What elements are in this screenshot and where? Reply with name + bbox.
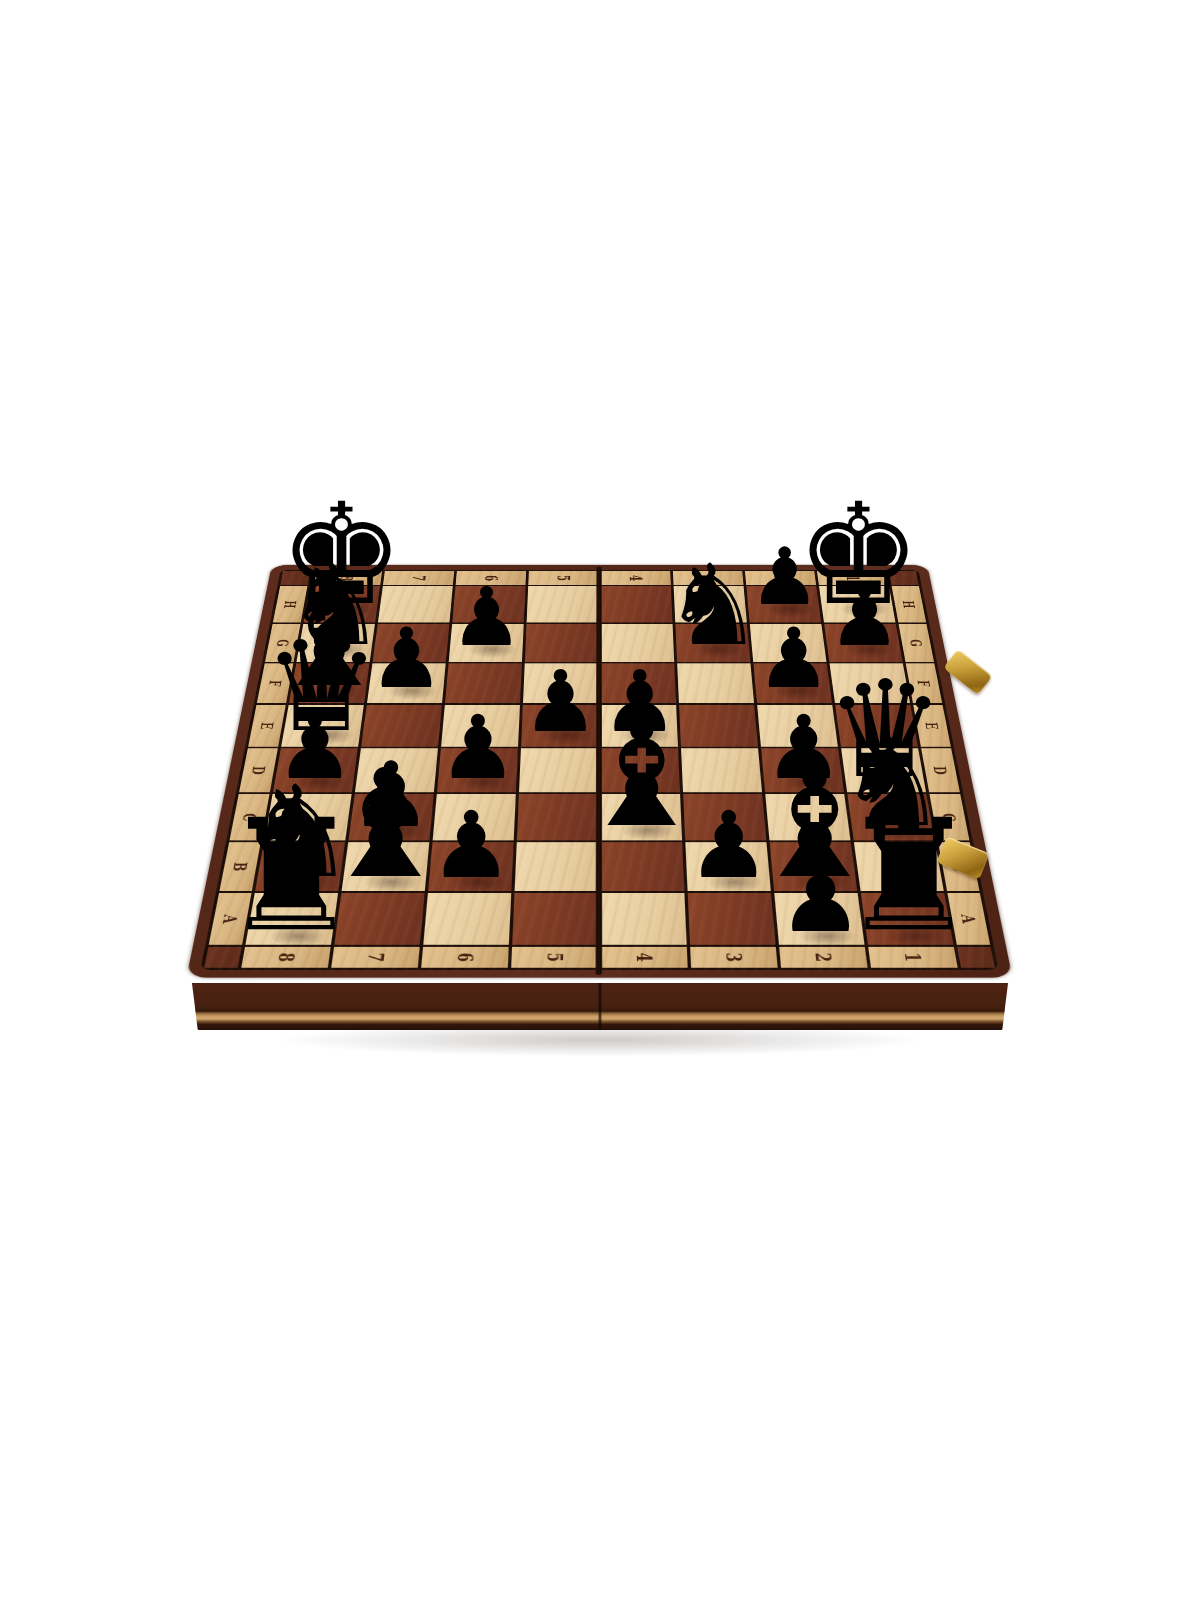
coordinate-label: 6	[453, 953, 478, 962]
coordinate-label: 3	[721, 953, 746, 962]
bottom-label-3: 3	[690, 947, 778, 968]
board-shadow	[170, 1018, 1030, 1062]
coordinate-label: 7	[363, 953, 389, 962]
white-rook-a1[interactable]: ♜	[840, 800, 978, 954]
coordinate-label: G	[906, 639, 926, 646]
black-pawn-g6[interactable]: ♟	[450, 577, 523, 658]
coordinate-label: 5	[542, 953, 567, 962]
square-h4[interactable]	[601, 586, 673, 622]
coordinate-label: 5	[553, 575, 573, 581]
square-a4[interactable]	[601, 893, 687, 945]
white-pawn-g1[interactable]: ♟	[828, 577, 901, 658]
bottom-label-6: 6	[421, 947, 509, 968]
square-a5[interactable]	[512, 893, 598, 945]
bottom-label-5: 5	[511, 947, 598, 968]
white-knight-g3[interactable]: ♞	[663, 550, 763, 662]
coordinate-label: 2	[810, 953, 836, 962]
white-pawn-f2[interactable]: ♟	[756, 617, 830, 700]
coordinate-label: 4	[632, 953, 657, 962]
square-h5[interactable]	[527, 586, 599, 622]
black-rook-a8[interactable]: ♜	[222, 800, 360, 954]
top-label-4: 4	[601, 571, 671, 585]
top-label-5: 5	[528, 571, 598, 585]
black-pawn-b6[interactable]: ♟	[430, 800, 512, 892]
coordinate-label: 4	[626, 575, 646, 581]
bottom-label-4: 4	[601, 947, 688, 968]
photo-canvas: 88HH77GG66FF55EE44DD33CC22BB11AA ♚♞♝♛♟♞♜…	[0, 0, 1200, 1600]
coordinate-label: 7	[408, 575, 429, 581]
